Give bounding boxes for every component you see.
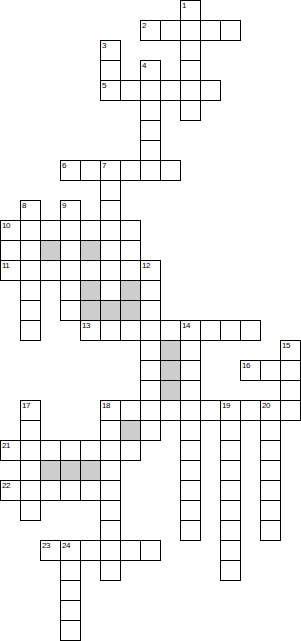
grid-cell[interactable] [20,300,41,321]
grid-cell[interactable] [100,420,121,441]
grid-cell[interactable] [120,160,141,181]
grid-cell[interactable] [60,600,81,621]
clue-number: 22 [2,481,10,490]
grid-cell[interactable] [180,380,201,401]
clue-number: 21 [2,441,10,450]
grid-cell[interactable] [80,540,101,561]
grid-cell[interactable] [60,440,81,461]
clue-number: 5 [102,81,106,90]
clue-number: 16 [242,361,250,370]
grid-cell[interactable] [180,460,201,481]
clue-number: 23 [42,541,50,550]
grid-cell[interactable] [140,340,161,361]
grid-cell[interactable] [140,100,161,121]
grid-cell[interactable] [240,320,261,341]
grid-cell[interactable] [180,520,201,541]
grid-cell[interactable] [140,420,161,441]
grid-cell[interactable] [180,340,201,361]
grid-cell[interactable] [180,440,201,461]
grid-cell[interactable] [0,240,21,261]
grid-cell[interactable] [220,540,241,561]
grid-cell[interactable] [60,300,81,321]
grid-cell-shaded[interactable] [40,460,61,481]
grid-cell[interactable] [80,260,101,281]
clue-number: 13 [82,321,90,330]
grid-cell[interactable] [100,560,121,581]
grid-cell[interactable] [240,400,261,421]
grid-cell[interactable] [80,480,101,501]
clue-number: 17 [22,401,30,410]
grid-cell-shaded[interactable] [40,240,61,261]
grid-cell[interactable]: 4 [140,60,161,81]
grid-cell[interactable] [40,440,61,461]
grid-cell[interactable] [180,40,201,61]
grid-cell[interactable] [80,160,101,181]
grid-cell[interactable] [160,400,181,421]
grid-cell[interactable] [80,220,101,241]
grid-cell[interactable] [60,240,81,261]
clue-number: 20 [262,401,270,410]
grid-cell[interactable] [140,540,161,561]
grid-cell[interactable] [260,440,281,461]
grid-cell[interactable] [20,480,41,501]
grid-cell[interactable]: 20 [260,400,281,421]
grid-cell[interactable] [120,220,141,241]
grid-cell[interactable] [200,400,221,421]
grid-cell-shaded[interactable] [80,460,101,481]
grid-cell-shaded[interactable] [80,300,101,321]
grid-cell[interactable] [60,280,81,301]
grid-cell[interactable] [60,580,81,601]
grid-cell[interactable]: 5 [100,80,121,101]
grid-cell-shaded[interactable] [100,300,121,321]
grid-cell[interactable] [40,480,61,501]
grid-cell[interactable] [100,280,121,301]
grid-cell[interactable]: 10 [0,220,21,241]
grid-cell[interactable] [180,100,201,121]
grid-cell[interactable]: 24 [60,540,81,561]
grid-cell-shaded[interactable] [60,460,81,481]
grid-cell[interactable]: 8 [20,200,41,221]
grid-cell[interactable]: 2 [140,20,161,41]
grid-cell[interactable]: 12 [140,260,161,281]
grid-cell[interactable] [180,480,201,501]
grid-cell[interactable] [20,280,41,301]
grid-cell[interactable] [40,260,61,281]
clue-number: 14 [182,321,190,330]
grid-cell[interactable]: 19 [220,400,241,421]
clue-number: 19 [222,401,230,410]
grid-cell[interactable] [20,220,41,241]
grid-cell[interactable] [140,380,161,401]
grid-cell-shaded[interactable] [80,280,101,301]
grid-cell[interactable] [260,500,281,521]
grid-cell[interactable] [260,460,281,481]
grid-cell-shaded[interactable] [120,300,141,321]
grid-cell[interactable] [20,500,41,521]
grid-cell[interactable] [100,320,121,341]
grid-cell[interactable] [180,20,201,41]
clue-number: 24 [62,541,70,550]
grid-cell[interactable]: 11 [0,260,21,281]
grid-cell[interactable] [100,540,121,561]
grid-cell-shaded[interactable] [120,280,141,301]
grid-cell[interactable] [220,420,241,441]
grid-cell[interactable] [160,320,181,341]
grid-cell[interactable] [100,60,121,81]
grid-cell[interactable]: 17 [20,400,41,421]
grid-cell[interactable] [100,520,121,541]
grid-cell[interactable]: 15 [280,340,301,361]
clue-number: 12 [142,261,150,270]
grid-cell[interactable] [120,240,141,261]
grid-cell[interactable]: 22 [0,480,21,501]
grid-cell[interactable] [20,260,41,281]
grid-cell-shaded[interactable] [80,240,101,261]
grid-cell[interactable] [260,360,281,381]
grid-cell[interactable] [100,240,121,261]
grid-cell[interactable] [280,360,301,381]
grid-cell[interactable] [100,180,121,201]
grid-cell[interactable]: 18 [100,400,121,421]
grid-cell[interactable] [220,560,241,581]
grid-cell[interactable] [20,420,41,441]
grid-cell-shaded[interactable] [160,380,181,401]
clue-number: 8 [22,201,26,210]
grid-cell[interactable] [260,520,281,541]
grid-cell[interactable]: 13 [80,320,101,341]
grid-cell[interactable] [140,160,161,181]
grid-cell[interactable] [220,20,241,41]
grid-cell[interactable] [260,420,281,441]
grid-cell[interactable] [220,320,241,341]
grid-cell[interactable]: 16 [240,360,261,381]
grid-cell[interactable] [180,80,201,101]
grid-cell[interactable] [220,460,241,481]
grid-cell[interactable] [160,80,181,101]
grid-cell[interactable] [180,420,201,441]
grid-cell[interactable] [60,480,81,501]
grid-cell[interactable]: 1 [180,0,201,21]
grid-cell[interactable] [100,460,121,481]
grid-cell[interactable] [180,400,201,421]
grid-cell[interactable] [40,220,61,241]
grid-cell[interactable]: 3 [100,40,121,61]
clue-number: 4 [142,61,146,70]
grid-cell[interactable] [220,520,241,541]
grid-cell-shaded[interactable] [160,340,181,361]
grid-cell[interactable] [140,400,161,421]
crossword-grid: 123456789101112131415161718192021222324 [0,0,301,641]
grid-cell[interactable] [100,440,121,461]
grid-cell[interactable] [280,400,301,421]
clue-number: 2 [142,21,146,30]
grid-cell[interactable] [120,400,141,421]
grid-cell[interactable] [80,440,101,461]
clue-number: 11 [2,261,9,270]
grid-cell[interactable] [60,220,81,241]
grid-cell[interactable] [20,440,41,461]
grid-cell[interactable] [160,20,181,41]
grid-cell[interactable] [220,500,241,521]
grid-cell[interactable] [140,320,161,341]
clue-number: 15 [282,341,290,350]
grid-cell[interactable] [120,320,141,341]
grid-cell-shaded[interactable] [120,420,141,441]
grid-cell[interactable] [140,280,161,301]
grid-cell[interactable] [180,500,201,521]
grid-cell[interactable]: 23 [40,540,61,561]
grid-cell[interactable] [160,160,181,181]
grid-cell[interactable] [140,80,161,101]
clue-number: 9 [62,201,66,210]
grid-cell[interactable] [140,360,161,381]
clue-number: 18 [102,401,110,410]
clue-number: 6 [62,161,66,170]
grid-cell[interactable]: 7 [100,160,121,181]
grid-cell[interactable] [260,480,281,501]
grid-cell[interactable] [140,140,161,161]
grid-cell[interactable] [20,460,41,481]
grid-cell[interactable] [180,360,201,381]
grid-cell[interactable]: 6 [60,160,81,181]
clue-number: 10 [2,221,10,230]
grid-cell[interactable]: 14 [180,320,201,341]
grid-cell[interactable] [100,220,121,241]
grid-cell[interactable] [60,260,81,281]
grid-cell[interactable] [100,200,121,221]
grid-cell[interactable] [280,380,301,401]
grid-cell[interactable] [200,20,221,41]
clue-number: 7 [102,161,106,170]
grid-cell[interactable] [220,440,241,461]
grid-cell-shaded[interactable] [160,360,181,381]
grid-cell[interactable]: 21 [0,440,21,461]
grid-cell[interactable] [120,440,141,461]
grid-cell[interactable]: 9 [60,200,81,221]
grid-cell[interactable] [200,80,221,101]
grid-cell[interactable] [100,260,121,281]
grid-cell[interactable] [140,300,161,321]
grid-cell[interactable] [20,240,41,261]
grid-cell[interactable] [20,320,41,341]
grid-cell[interactable] [220,480,241,501]
grid-cell[interactable] [100,500,121,521]
grid-cell[interactable] [100,480,121,501]
grid-cell[interactable] [120,540,141,561]
grid-cell[interactable] [60,560,81,581]
clue-number: 3 [102,41,106,50]
clue-number: 1 [182,1,186,10]
grid-cell[interactable] [120,80,141,101]
grid-cell[interactable] [200,320,221,341]
grid-cell[interactable] [180,60,201,81]
grid-cell[interactable] [60,620,81,641]
grid-cell[interactable] [120,260,141,281]
grid-cell[interactable] [140,120,161,141]
